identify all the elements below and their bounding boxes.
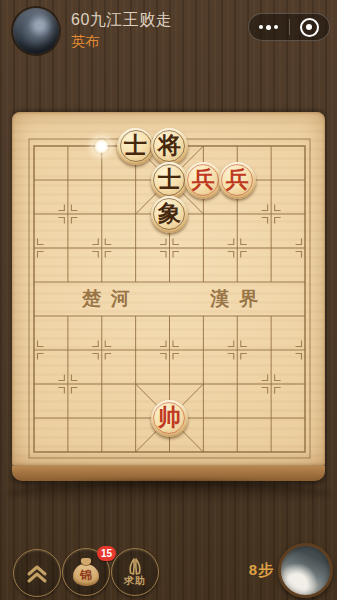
ask-help-button[interactable]: 求助 bbox=[111, 548, 159, 596]
piece-glyph: 象 bbox=[158, 202, 181, 225]
piece-glyph: 帅 bbox=[158, 406, 181, 429]
level-header: 60九江王败走 英布 bbox=[71, 9, 172, 51]
more-button[interactable] bbox=[249, 14, 289, 40]
double-chevron-up-icon bbox=[22, 558, 52, 588]
opponent-avatar[interactable] bbox=[278, 543, 333, 598]
piece-black-advisor[interactable]: 士 bbox=[117, 128, 154, 165]
minimize-button[interactable] bbox=[290, 14, 330, 40]
xiangqi-board[interactable]: 楚河 漢界 士将士兵兵象帅 bbox=[12, 112, 325, 466]
last-move-marker bbox=[93, 138, 110, 155]
piece-red-soldier[interactable]: 兵 bbox=[219, 162, 256, 199]
board-front-edge bbox=[12, 466, 325, 481]
piece-red-soldier[interactable]: 兵 bbox=[185, 162, 222, 199]
piece-black-advisor[interactable]: 士 bbox=[151, 162, 188, 199]
piece-glyph: 兵 bbox=[226, 168, 249, 191]
board-shadow bbox=[6, 481, 331, 503]
target-circle-icon bbox=[300, 18, 319, 37]
piece-red-general[interactable]: 帅 bbox=[151, 400, 188, 437]
piece-glyph: 将 bbox=[158, 134, 181, 157]
expand-menu-button[interactable] bbox=[13, 549, 61, 597]
player-avatar[interactable] bbox=[13, 8, 59, 54]
more-icon bbox=[259, 25, 278, 30]
help-label: 求助 bbox=[124, 574, 146, 588]
wechat-capsule bbox=[248, 13, 330, 41]
piece-black-elephant[interactable]: 象 bbox=[151, 196, 188, 233]
level-subtitle: 英布 bbox=[71, 32, 172, 51]
piece-grid: 士将士兵兵象帅 bbox=[17, 129, 322, 469]
piece-glyph: 兵 bbox=[192, 168, 215, 191]
piece-glyph: 士 bbox=[158, 168, 181, 191]
piece-black-general[interactable]: 将 bbox=[151, 128, 188, 165]
app-screen: 60九江王败走 英布 楚河 漢界 士将士兵兵象帅 锦 15 bbox=[0, 0, 337, 600]
money-bag-icon: 锦 bbox=[73, 564, 99, 586]
piece-glyph: 士 bbox=[124, 134, 147, 157]
steps-counter: 8步 bbox=[249, 561, 274, 580]
hint-count-badge: 15 bbox=[97, 546, 116, 561]
level-title: 60九江王败走 bbox=[71, 9, 172, 30]
hint-bag-button[interactable]: 锦 15 bbox=[62, 548, 110, 596]
bag-character: 锦 bbox=[80, 567, 92, 584]
